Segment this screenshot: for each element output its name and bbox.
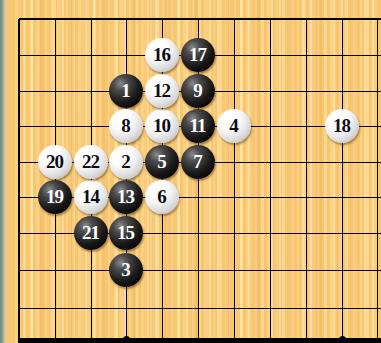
stone-14-white: 14 xyxy=(74,180,108,214)
stone-9-black: 9 xyxy=(181,74,215,108)
move-number: 19 xyxy=(46,187,63,206)
grid-line-vertical xyxy=(377,19,378,343)
grid-line-vertical xyxy=(18,19,20,343)
stone-2-white: 2 xyxy=(109,145,143,179)
go-board[interactable]: 12345678910111213141516171819202122 xyxy=(0,0,381,343)
move-number: 8 xyxy=(121,116,130,135)
move-number: 5 xyxy=(157,152,166,171)
stone-5-black: 5 xyxy=(145,145,179,179)
move-number: 18 xyxy=(333,116,350,135)
move-number: 13 xyxy=(117,187,134,206)
grid-line-horizontal xyxy=(19,308,381,309)
grid-line-vertical xyxy=(270,19,271,343)
move-number: 4 xyxy=(229,116,238,135)
stone-6-white: 6 xyxy=(145,180,179,214)
grid-line-vertical xyxy=(234,19,235,343)
stone-8-white: 8 xyxy=(109,109,143,143)
stone-10-white: 10 xyxy=(145,109,179,143)
stone-17-black: 17 xyxy=(181,38,215,72)
grid-line-vertical xyxy=(342,19,343,343)
move-number: 14 xyxy=(82,187,99,206)
stone-16-white: 16 xyxy=(145,38,179,72)
move-number: 21 xyxy=(82,223,99,242)
move-number: 17 xyxy=(189,45,206,64)
move-number: 15 xyxy=(117,223,134,242)
grid-line-vertical xyxy=(306,19,307,343)
grid-line-horizontal xyxy=(19,270,381,271)
stone-13-black: 13 xyxy=(109,180,143,214)
move-number: 12 xyxy=(153,81,170,100)
move-number: 1 xyxy=(121,81,130,100)
stone-4-white: 4 xyxy=(217,109,251,143)
move-number: 3 xyxy=(121,260,130,279)
move-number: 16 xyxy=(153,45,170,64)
stone-3-black: 3 xyxy=(109,253,143,287)
move-number: 9 xyxy=(193,81,202,100)
stone-19-black: 19 xyxy=(38,180,72,214)
grid-line-horizontal xyxy=(19,18,381,20)
board-bottom-line xyxy=(19,338,381,343)
stone-7-black: 7 xyxy=(181,145,215,179)
move-number: 20 xyxy=(46,152,63,171)
stone-1-black: 1 xyxy=(109,74,143,108)
stone-15-black: 15 xyxy=(109,216,143,250)
move-number: 11 xyxy=(190,116,206,135)
move-number: 22 xyxy=(82,152,99,171)
stone-12-white: 12 xyxy=(145,74,179,108)
move-number: 6 xyxy=(157,187,166,206)
stone-11-black: 11 xyxy=(181,109,215,143)
stone-22-white: 22 xyxy=(74,145,108,179)
move-number: 10 xyxy=(153,116,170,135)
move-number: 7 xyxy=(193,152,202,171)
move-number: 2 xyxy=(121,152,130,171)
stone-20-white: 20 xyxy=(38,145,72,179)
stone-21-black: 21 xyxy=(74,216,108,250)
stone-18-white: 18 xyxy=(325,109,359,143)
go-diagram-screenshot: 12345678910111213141516171819202122 xyxy=(0,0,381,343)
